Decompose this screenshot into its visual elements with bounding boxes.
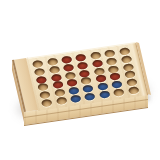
empty-hole — [47, 58, 59, 66]
blue-disc — [111, 80, 123, 88]
empty-hole — [65, 71, 77, 79]
empty-hole — [41, 98, 53, 106]
red-disc — [95, 75, 107, 83]
blue-disc — [97, 82, 109, 90]
empty-hole — [121, 55, 133, 63]
red-disc — [52, 81, 64, 89]
empty-hole — [39, 91, 51, 99]
red-disc — [79, 69, 91, 77]
empty-hole — [81, 77, 93, 85]
empty-hole — [54, 89, 66, 97]
blue-disc — [70, 94, 82, 102]
empty-hole — [124, 71, 136, 79]
blue-disc — [84, 92, 96, 100]
red-disc — [63, 64, 75, 72]
empty-hole — [108, 65, 120, 73]
red-disc — [36, 75, 48, 83]
red-disc — [61, 56, 73, 64]
empty-hole — [32, 60, 44, 68]
empty-hole — [106, 57, 118, 65]
empty-hole — [34, 68, 46, 76]
empty-hole — [38, 83, 50, 91]
red-disc — [92, 59, 104, 67]
empty-hole — [128, 86, 140, 94]
red-disc — [66, 79, 78, 87]
empty-hole — [113, 88, 125, 96]
red-disc — [75, 54, 87, 62]
red-disc — [77, 61, 89, 69]
connect-four-travel-case — [0, 0, 160, 160]
empty-hole — [90, 52, 102, 60]
empty-hole — [126, 78, 138, 86]
empty-hole — [119, 48, 131, 56]
blue-disc — [83, 84, 95, 92]
blue-disc — [99, 90, 111, 98]
empty-hole — [104, 50, 116, 58]
red-disc — [110, 73, 122, 81]
blue-disc — [68, 87, 80, 95]
empty-hole — [48, 66, 60, 74]
empty-hole — [55, 96, 67, 104]
